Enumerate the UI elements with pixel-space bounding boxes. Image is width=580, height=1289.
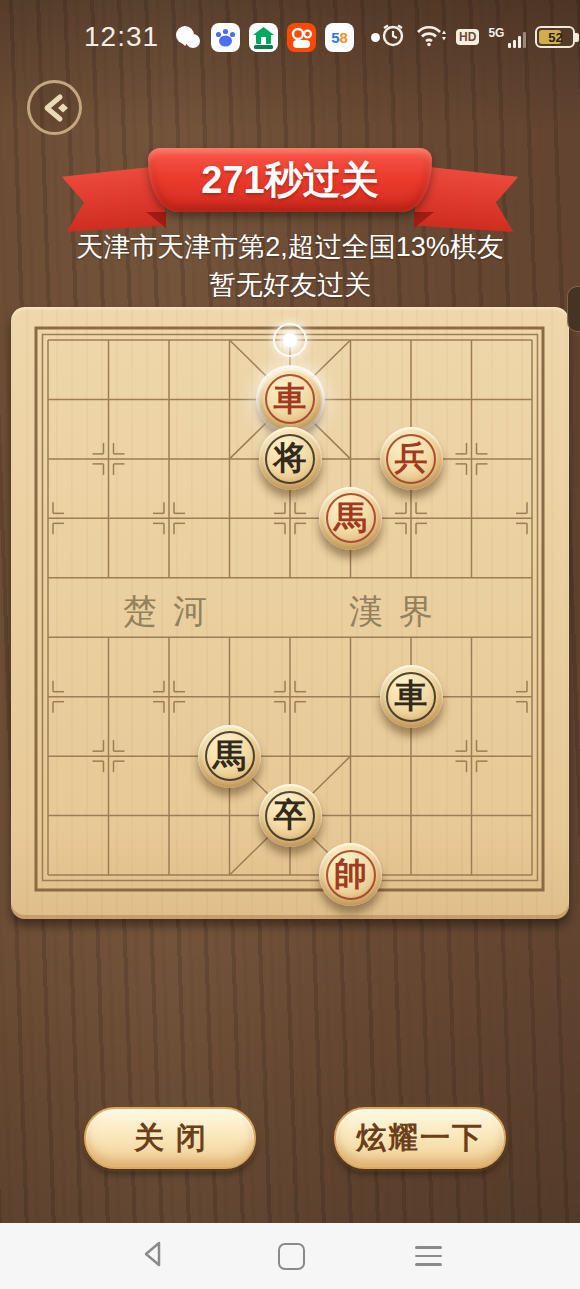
- anjuke-house-icon: [249, 23, 278, 52]
- clock-time: 12:31: [84, 21, 159, 53]
- notification-icons: 58: [173, 23, 380, 52]
- piece-black-horse[interactable]: 馬: [198, 725, 261, 788]
- piece-character: 帥: [319, 843, 382, 906]
- status-bar: 12:31 58 HD 5: [0, 14, 580, 60]
- piece-red-horse[interactable]: 馬: [319, 487, 382, 550]
- nav-recents-icon[interactable]: [415, 1246, 442, 1266]
- back-button[interactable]: [27, 80, 82, 135]
- wechat-icon: [173, 23, 202, 52]
- android-nav-bar: [0, 1223, 580, 1289]
- back-arrow-icon: [38, 91, 72, 125]
- piece-black-general[interactable]: 将: [259, 427, 322, 490]
- kuaishou-icon: [287, 23, 316, 52]
- notification-dot-icon: [371, 33, 380, 42]
- friends-line: 暂无好友过关: [0, 266, 580, 304]
- last-move-indicator: [273, 323, 307, 357]
- battery-percent: 52: [548, 30, 562, 45]
- banner-band: 271秒过关: [148, 148, 432, 212]
- piece-character: 車: [380, 665, 443, 728]
- 5g-signal-icon: 5G: [488, 26, 526, 48]
- nav-back-icon[interactable]: [138, 1239, 168, 1273]
- piece-red-soldier[interactable]: 兵: [380, 427, 443, 490]
- piece-character: 馬: [198, 725, 261, 788]
- piece-character: 馬: [319, 487, 382, 550]
- banner-ribbon: 271秒过关: [0, 146, 580, 240]
- banner-title: 271秒过关: [201, 155, 378, 206]
- piece-character: 卒: [259, 784, 322, 847]
- piece-black-soldier[interactable]: 卒: [259, 784, 322, 847]
- piece-red-chariot[interactable]: 車: [259, 368, 322, 431]
- system-status-icons: HD 5G 52: [380, 22, 580, 52]
- baidu-icon: [211, 23, 240, 52]
- brag-button[interactable]: 炫耀一下: [334, 1107, 506, 1169]
- battery-indicator: 52: [535, 26, 575, 48]
- rank-line: 天津市天津市第2,超过全国13%棋友: [0, 228, 580, 266]
- close-button[interactable]: 关闭: [84, 1107, 256, 1169]
- 58tongcheng-icon: 58: [325, 23, 354, 52]
- xiangqi-board[interactable]: 楚河 漢界 車将兵馬車馬卒帥: [11, 307, 569, 919]
- piece-red-general[interactable]: 帥: [319, 843, 382, 906]
- piece-character: 将: [259, 427, 322, 490]
- result-summary: 天津市天津市第2,超过全国13%棋友 暂无好友过关: [0, 228, 580, 304]
- alarm-icon: [380, 22, 406, 52]
- edge-tab-handle[interactable]: [567, 286, 580, 332]
- piece-layer: 車将兵馬車馬卒帥: [18, 310, 563, 904]
- wifi-icon: [415, 22, 447, 52]
- nav-home-icon[interactable]: [278, 1243, 305, 1270]
- hd-badge-icon: HD: [456, 29, 479, 45]
- piece-character: 車: [259, 368, 322, 431]
- piece-character: 兵: [380, 427, 443, 490]
- screen: 12:31 58 HD 5: [0, 0, 580, 1289]
- piece-black-chariot[interactable]: 車: [380, 665, 443, 728]
